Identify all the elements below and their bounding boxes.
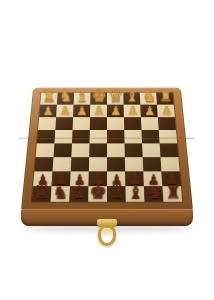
board-square xyxy=(89,157,107,171)
board-square xyxy=(107,157,125,171)
board-square xyxy=(142,143,160,157)
piece-black-king: ♚ xyxy=(89,181,107,201)
board-square xyxy=(125,143,143,157)
board-square: ♜ xyxy=(32,186,52,201)
board-square xyxy=(90,117,107,130)
piece-white-queen: ♛ xyxy=(107,87,123,105)
piece-black-queen: ♛ xyxy=(108,181,126,201)
board-square xyxy=(141,130,159,143)
board-square xyxy=(159,130,177,143)
board-square xyxy=(161,157,180,171)
piece-white-pawn: ♟ xyxy=(42,104,53,116)
board-square: ♟ xyxy=(56,105,74,117)
board-square xyxy=(72,130,90,143)
piece-white-rook: ♜ xyxy=(158,88,172,104)
piece-white-pawn: ♟ xyxy=(161,104,172,116)
board-square xyxy=(160,143,179,157)
piece-white-king: ♚ xyxy=(91,87,107,105)
board-square xyxy=(54,130,72,143)
piece-white-bishop: ♝ xyxy=(125,88,139,104)
piece-black-knight: ♞ xyxy=(52,183,68,201)
piece-white-rook: ♜ xyxy=(42,88,56,104)
piece-white-pawn: ♟ xyxy=(93,104,104,116)
piece-white-knight: ♞ xyxy=(142,88,156,104)
piece-white-pawn: ♟ xyxy=(76,104,87,116)
piece-black-bishop: ♝ xyxy=(127,183,143,201)
board-square xyxy=(71,143,89,157)
board-square xyxy=(124,130,142,143)
board-square xyxy=(53,143,71,157)
board-square: ♝ xyxy=(69,186,88,201)
product-photo: ♜♞♝♚♛♝♞♜♟♟♟♟♟♟♟♟♟♟♟♟♟♟♟♟♜♞♝♚♛♝♞♜ xyxy=(0,0,214,300)
piece-white-pawn: ♟ xyxy=(144,104,155,116)
board-square xyxy=(55,117,73,130)
board-square xyxy=(158,117,176,130)
board-square xyxy=(89,130,107,143)
board-square xyxy=(37,130,55,143)
board-square xyxy=(143,157,162,171)
piece-white-pawn: ♟ xyxy=(127,104,138,116)
board-square: ♟ xyxy=(90,105,107,117)
board-square xyxy=(107,130,125,143)
piece-white-pawn: ♟ xyxy=(59,104,70,116)
board-square: ♟ xyxy=(39,105,57,117)
board-square: ♚ xyxy=(88,186,107,201)
board-square xyxy=(124,117,142,130)
board-square xyxy=(107,117,124,130)
board-square xyxy=(38,117,56,130)
board-square: ♞ xyxy=(144,186,163,201)
board-square xyxy=(73,117,91,130)
board-square xyxy=(107,143,125,157)
clasp-ring xyxy=(98,225,116,246)
board-square xyxy=(89,143,107,157)
board-square: ♞ xyxy=(51,186,70,201)
board-square xyxy=(53,157,72,171)
board-square: ♟ xyxy=(157,105,175,117)
piece-black-knight: ♞ xyxy=(146,183,162,201)
piece-white-knight: ♞ xyxy=(58,88,72,104)
board-square: ♟ xyxy=(73,105,90,117)
piece-black-bishop: ♝ xyxy=(71,183,87,201)
brass-clasp xyxy=(94,205,120,243)
piece-black-rook: ♜ xyxy=(33,183,49,201)
board-square: ♝ xyxy=(125,186,144,201)
board-square: ♟ xyxy=(107,105,124,117)
board-square xyxy=(141,117,159,130)
board-square xyxy=(71,157,89,171)
fold-seam xyxy=(19,138,195,139)
board-square xyxy=(125,157,143,171)
chess-box: ♜♞♝♚♛♝♞♜♟♟♟♟♟♟♟♟♟♟♟♟♟♟♟♟♜♞♝♚♛♝♞♜ xyxy=(21,88,193,210)
board-square: ♟ xyxy=(140,105,158,117)
board-square xyxy=(36,143,55,157)
piece-white-pawn: ♟ xyxy=(110,104,121,116)
piece-black-rook: ♜ xyxy=(165,183,181,201)
board-square xyxy=(34,157,53,171)
board-square: ♛ xyxy=(107,186,126,201)
chessboard: ♜♞♝♚♛♝♞♜♟♟♟♟♟♟♟♟♟♟♟♟♟♟♟♟♜♞♝♚♛♝♞♜ xyxy=(32,93,183,202)
board-square: ♜ xyxy=(162,186,182,201)
piece-white-bishop: ♝ xyxy=(75,88,89,104)
board-square: ♟ xyxy=(124,105,141,117)
